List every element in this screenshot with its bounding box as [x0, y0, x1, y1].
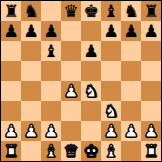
black-bishop[interactable]: ♝	[41, 41, 61, 61]
white-pawn[interactable]: ♟	[61, 81, 81, 101]
square-a6[interactable]	[1, 41, 21, 61]
black-knight[interactable]: ♞	[21, 1, 41, 21]
black-pawn[interactable]: ♟	[101, 21, 121, 41]
square-e5[interactable]	[81, 61, 101, 81]
square-f3[interactable]: ♞	[101, 101, 121, 121]
square-b7[interactable]: ♟	[21, 21, 41, 41]
square-b2[interactable]: ♟	[21, 121, 41, 141]
square-c5[interactable]	[41, 61, 61, 81]
black-bishop[interactable]: ♝	[101, 1, 121, 21]
black-pawn[interactable]: ♟	[41, 21, 61, 41]
square-h7[interactable]: ♟	[141, 21, 161, 41]
black-pawn[interactable]: ♟	[141, 21, 161, 41]
square-a1[interactable]: ♜	[1, 141, 21, 161]
square-e2[interactable]	[81, 121, 101, 141]
square-c1[interactable]: ♝	[41, 141, 61, 161]
square-g6[interactable]	[121, 41, 141, 61]
white-knight[interactable]: ♞	[81, 81, 101, 101]
black-pawn[interactable]: ♟	[21, 21, 41, 41]
square-b1[interactable]	[21, 141, 41, 161]
black-queen[interactable]: ♛	[61, 1, 81, 21]
square-c3[interactable]	[41, 101, 61, 121]
square-f5[interactable]	[101, 61, 121, 81]
square-b8[interactable]: ♞	[21, 1, 41, 21]
square-h4[interactable]	[141, 81, 161, 101]
square-h2[interactable]: ♟	[141, 121, 161, 141]
chess-board: ♜♞♛♚♝♞♜♟♟♟♟♟♟♝♟♟♞♞♟♟♟♟♟♟♜♝♛♚♝♜	[1, 1, 161, 161]
square-f4[interactable]	[101, 81, 121, 101]
square-a4[interactable]	[1, 81, 21, 101]
square-h3[interactable]	[141, 101, 161, 121]
black-rook[interactable]: ♜	[1, 1, 21, 21]
square-d6[interactable]	[61, 41, 81, 61]
square-c6[interactable]: ♝	[41, 41, 61, 61]
square-d4[interactable]: ♟	[61, 81, 81, 101]
white-bishop[interactable]: ♝	[41, 141, 61, 161]
square-d5[interactable]	[61, 61, 81, 81]
square-a2[interactable]: ♟	[1, 121, 21, 141]
white-rook[interactable]: ♜	[141, 141, 161, 161]
square-e4[interactable]: ♞	[81, 81, 101, 101]
square-f1[interactable]: ♝	[101, 141, 121, 161]
square-g4[interactable]	[121, 81, 141, 101]
square-e8[interactable]: ♚	[81, 1, 101, 21]
square-a5[interactable]	[1, 61, 21, 81]
white-rook[interactable]: ♜	[1, 141, 21, 161]
square-d8[interactable]: ♛	[61, 1, 81, 21]
square-a7[interactable]: ♟	[1, 21, 21, 41]
square-g1[interactable]	[121, 141, 141, 161]
square-d2[interactable]	[61, 121, 81, 141]
square-h8[interactable]: ♜	[141, 1, 161, 21]
square-f8[interactable]: ♝	[101, 1, 121, 21]
square-d7[interactable]	[61, 21, 81, 41]
black-pawn[interactable]: ♟	[81, 41, 101, 61]
square-e6[interactable]: ♟	[81, 41, 101, 61]
square-g8[interactable]: ♞	[121, 1, 141, 21]
white-pawn[interactable]: ♟	[141, 121, 161, 141]
white-pawn[interactable]: ♟	[21, 121, 41, 141]
white-king[interactable]: ♚	[81, 141, 101, 161]
square-c4[interactable]	[41, 81, 61, 101]
square-g5[interactable]	[121, 61, 141, 81]
square-b3[interactable]	[21, 101, 41, 121]
square-e7[interactable]	[81, 21, 101, 41]
white-pawn[interactable]: ♟	[41, 121, 61, 141]
square-e1[interactable]: ♚	[81, 141, 101, 161]
black-pawn[interactable]: ♟	[121, 21, 141, 41]
black-rook[interactable]: ♜	[141, 1, 161, 21]
chess-board-frame: ♜♞♛♚♝♞♜♟♟♟♟♟♟♝♟♟♞♞♟♟♟♟♟♟♜♝♛♚♝♜	[0, 0, 162, 162]
square-c7[interactable]: ♟	[41, 21, 61, 41]
square-f2[interactable]: ♟	[101, 121, 121, 141]
square-h6[interactable]	[141, 41, 161, 61]
square-e3[interactable]	[81, 101, 101, 121]
black-king[interactable]: ♚	[81, 1, 101, 21]
square-g3[interactable]	[121, 101, 141, 121]
square-a3[interactable]	[1, 101, 21, 121]
white-bishop[interactable]: ♝	[101, 141, 121, 161]
square-d1[interactable]: ♛	[61, 141, 81, 161]
square-c8[interactable]	[41, 1, 61, 21]
white-knight[interactable]: ♞	[101, 101, 121, 121]
black-pawn[interactable]: ♟	[1, 21, 21, 41]
square-f6[interactable]	[101, 41, 121, 61]
square-b4[interactable]	[21, 81, 41, 101]
square-a8[interactable]: ♜	[1, 1, 21, 21]
square-f7[interactable]: ♟	[101, 21, 121, 41]
black-knight[interactable]: ♞	[121, 1, 141, 21]
white-pawn[interactable]: ♟	[1, 121, 21, 141]
square-g2[interactable]: ♟	[121, 121, 141, 141]
square-c2[interactable]: ♟	[41, 121, 61, 141]
square-b5[interactable]	[21, 61, 41, 81]
white-queen[interactable]: ♛	[61, 141, 81, 161]
square-g7[interactable]: ♟	[121, 21, 141, 41]
white-pawn[interactable]: ♟	[121, 121, 141, 141]
square-d3[interactable]	[61, 101, 81, 121]
white-pawn[interactable]: ♟	[101, 121, 121, 141]
square-h5[interactable]	[141, 61, 161, 81]
square-h1[interactable]: ♜	[141, 141, 161, 161]
square-b6[interactable]	[21, 41, 41, 61]
